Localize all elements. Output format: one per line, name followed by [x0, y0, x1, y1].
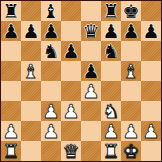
square-c4[interactable] [41, 81, 61, 101]
piece-white-king: ♚ [122, 141, 139, 161]
square-f3[interactable]: ♞ [101, 101, 121, 121]
piece-black-king: ♚ [122, 1, 139, 21]
square-h7[interactable]: ♟ [141, 21, 161, 41]
piece-white-bishop: ♝ [122, 61, 139, 81]
square-a1[interactable]: ♜ [1, 141, 21, 161]
piece-white-pawn: ♟ [142, 121, 159, 141]
square-g7[interactable]: ♟ [121, 21, 141, 41]
piece-white-pawn: ♟ [42, 101, 59, 121]
piece-black-bishop: ♝ [42, 1, 59, 21]
piece-black-pawn: ♟ [122, 21, 139, 41]
piece-white-knight: ♞ [102, 101, 119, 121]
square-e6[interactable] [81, 41, 101, 61]
square-h6[interactable] [141, 41, 161, 61]
piece-white-queen: ♛ [62, 141, 79, 161]
square-c2[interactable]: ♟ [41, 121, 61, 141]
piece-white-bishop: ♝ [22, 61, 39, 81]
square-d3[interactable]: ♟ [61, 101, 81, 121]
square-a7[interactable]: ♟ [1, 21, 21, 41]
piece-black-pawn: ♟ [42, 21, 59, 41]
piece-black-rook: ♜ [102, 1, 119, 21]
square-f1[interactable]: ♜ [101, 141, 121, 161]
piece-black-queen: ♛ [82, 21, 99, 41]
square-f4[interactable] [101, 81, 121, 101]
square-a6[interactable] [1, 41, 21, 61]
piece-black-pawn: ♟ [2, 21, 19, 41]
square-d5[interactable] [61, 61, 81, 81]
square-e8[interactable] [81, 1, 101, 21]
square-a3[interactable] [1, 101, 21, 121]
square-a2[interactable]: ♟ [1, 121, 21, 141]
piece-black-rook: ♜ [2, 1, 19, 21]
square-d8[interactable] [61, 1, 81, 21]
square-h2[interactable]: ♟ [141, 121, 161, 141]
square-c7[interactable]: ♟ [41, 21, 61, 41]
square-c5[interactable] [41, 61, 61, 81]
square-f6[interactable]: ♞ [101, 41, 121, 61]
piece-black-knight: ♞ [102, 41, 119, 61]
square-b6[interactable] [21, 41, 41, 61]
square-h3[interactable] [141, 101, 161, 121]
square-h5[interactable] [141, 61, 161, 81]
piece-black-pawn: ♟ [102, 21, 119, 41]
piece-white-rook: ♜ [102, 141, 119, 161]
square-b7[interactable]: ♟ [21, 21, 41, 41]
square-f5[interactable] [101, 61, 121, 81]
square-g1[interactable]: ♚ [121, 141, 141, 161]
square-g2[interactable]: ♟ [121, 121, 141, 141]
piece-black-pawn: ♟ [62, 41, 79, 61]
square-b3[interactable] [21, 101, 41, 121]
square-g4[interactable] [121, 81, 141, 101]
piece-black-pawn: ♟ [82, 61, 99, 81]
square-f7[interactable]: ♟ [101, 21, 121, 41]
square-a5[interactable] [1, 61, 21, 81]
square-c6[interactable]: ♞ [41, 41, 61, 61]
piece-white-pawn: ♟ [102, 121, 119, 141]
square-e5[interactable]: ♟ [81, 61, 101, 81]
square-g3[interactable] [121, 101, 141, 121]
square-c8[interactable]: ♝ [41, 1, 61, 21]
square-d1[interactable]: ♛ [61, 141, 81, 161]
square-h1[interactable] [141, 141, 161, 161]
square-b1[interactable] [21, 141, 41, 161]
square-f2[interactable]: ♟ [101, 121, 121, 141]
square-g6[interactable] [121, 41, 141, 61]
square-e3[interactable] [81, 101, 101, 121]
piece-white-pawn: ♟ [42, 121, 59, 141]
chess-app-window: ♜♝♜♚♟♟♟♛♟♟♟♞♟♞♝♟♝♟♟♟♞♟♟♟♟♟♜♛♜♚ [0, 0, 162, 162]
piece-white-rook: ♜ [2, 141, 19, 161]
square-e1[interactable] [81, 141, 101, 161]
square-a4[interactable] [1, 81, 21, 101]
square-b2[interactable] [21, 121, 41, 141]
chess-board: ♜♝♜♚♟♟♟♛♟♟♟♞♟♞♝♟♝♟♟♟♞♟♟♟♟♟♜♛♜♚ [0, 0, 162, 162]
square-d6[interactable]: ♟ [61, 41, 81, 61]
square-d4[interactable] [61, 81, 81, 101]
square-e2[interactable] [81, 121, 101, 141]
square-c3[interactable]: ♟ [41, 101, 61, 121]
square-a8[interactable]: ♜ [1, 1, 21, 21]
piece-black-knight: ♞ [42, 41, 59, 61]
square-b8[interactable] [21, 1, 41, 21]
square-d7[interactable] [61, 21, 81, 41]
square-g8[interactable]: ♚ [121, 1, 141, 21]
square-h8[interactable] [141, 1, 161, 21]
square-b4[interactable] [21, 81, 41, 101]
piece-white-pawn: ♟ [62, 101, 79, 121]
piece-black-pawn: ♟ [142, 21, 159, 41]
square-e7[interactable]: ♛ [81, 21, 101, 41]
piece-white-pawn: ♟ [122, 121, 139, 141]
square-c1[interactable] [41, 141, 61, 161]
square-h4[interactable] [141, 81, 161, 101]
piece-white-pawn: ♟ [82, 81, 99, 101]
square-g5[interactable]: ♝ [121, 61, 141, 81]
square-f8[interactable]: ♜ [101, 1, 121, 21]
square-b5[interactable]: ♝ [21, 61, 41, 81]
piece-black-pawn: ♟ [22, 21, 39, 41]
piece-white-pawn: ♟ [2, 121, 19, 141]
square-d2[interactable] [61, 121, 81, 141]
square-e4[interactable]: ♟ [81, 81, 101, 101]
